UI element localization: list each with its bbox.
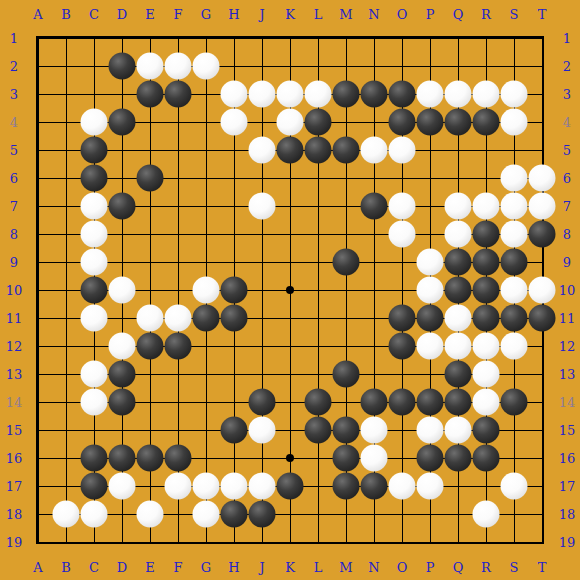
column-label-top-K: K — [285, 8, 295, 21]
black-stone-Q10 — [445, 277, 472, 304]
column-label-top-C: C — [89, 8, 99, 21]
row-label-right-5: 5 — [563, 144, 571, 157]
black-stone-F12 — [165, 333, 192, 360]
black-stone-R16 — [473, 445, 500, 472]
black-stone-D16 — [109, 445, 136, 472]
row-label-left-10: 10 — [6, 284, 23, 297]
white-stone-P15 — [417, 417, 444, 444]
column-label-bottom-C: C — [89, 561, 99, 574]
black-stone-M3 — [333, 81, 360, 108]
column-label-bottom-J: J — [259, 561, 264, 574]
column-label-top-T: T — [538, 8, 547, 21]
black-stone-E12 — [137, 333, 164, 360]
white-stone-G2 — [193, 53, 220, 80]
white-stone-K3 — [277, 81, 304, 108]
black-stone-S11 — [501, 305, 528, 332]
white-stone-T6 — [529, 165, 556, 192]
black-stone-C5 — [81, 137, 108, 164]
column-label-bottom-H: H — [228, 561, 239, 574]
black-stone-G11 — [193, 305, 220, 332]
white-stone-C9 — [81, 249, 108, 276]
black-stone-C10 — [81, 277, 108, 304]
white-stone-L3 — [305, 81, 332, 108]
black-stone-N14 — [361, 389, 388, 416]
column-label-bottom-A: A — [33, 561, 42, 574]
column-label-top-B: B — [61, 8, 71, 21]
black-stone-O11 — [389, 305, 416, 332]
black-stone-Q9 — [445, 249, 472, 276]
black-stone-J18 — [249, 501, 276, 528]
white-stone-H4 — [221, 109, 248, 136]
white-stone-S6 — [501, 165, 528, 192]
white-stone-K4 — [277, 109, 304, 136]
black-stone-J14 — [249, 389, 276, 416]
column-label-bottom-S: S — [510, 561, 519, 574]
column-label-bottom-K: K — [285, 561, 295, 574]
white-stone-D10 — [109, 277, 136, 304]
column-label-top-Q: Q — [453, 8, 464, 21]
go-board[interactable]: AABBCCDDEEFFGGHHJJKKLLMMNNOOPPQQRRSSTT11… — [0, 0, 580, 580]
black-stone-H18 — [221, 501, 248, 528]
white-stone-D12 — [109, 333, 136, 360]
row-label-right-3: 3 — [563, 88, 571, 101]
row-label-left-6: 6 — [10, 172, 18, 185]
black-stone-E3 — [137, 81, 164, 108]
white-stone-H17 — [221, 473, 248, 500]
black-stone-S14 — [501, 389, 528, 416]
black-stone-K5 — [277, 137, 304, 164]
black-stone-D2 — [109, 53, 136, 80]
black-stone-P4 — [417, 109, 444, 136]
white-stone-J15 — [249, 417, 276, 444]
white-stone-O5 — [389, 137, 416, 164]
black-stone-R15 — [473, 417, 500, 444]
column-label-top-G: G — [201, 8, 211, 21]
column-label-top-N: N — [368, 8, 379, 21]
black-stone-M15 — [333, 417, 360, 444]
black-stone-H10 — [221, 277, 248, 304]
white-stone-Q12 — [445, 333, 472, 360]
white-stone-Q8 — [445, 221, 472, 248]
row-label-right-14: 14 — [559, 396, 576, 409]
white-stone-R7 — [473, 193, 500, 220]
white-stone-C7 — [81, 193, 108, 220]
white-stone-C13 — [81, 361, 108, 388]
column-label-bottom-T: T — [538, 561, 547, 574]
column-label-top-S: S — [510, 8, 519, 21]
white-stone-O7 — [389, 193, 416, 220]
white-stone-J7 — [249, 193, 276, 220]
row-label-right-15: 15 — [559, 424, 576, 437]
black-stone-T11 — [529, 305, 556, 332]
column-label-top-M: M — [339, 8, 352, 21]
column-label-bottom-M: M — [339, 561, 352, 574]
row-label-right-7: 7 — [563, 200, 571, 213]
white-stone-G17 — [193, 473, 220, 500]
star-point-K16 — [286, 454, 294, 462]
black-stone-Q4 — [445, 109, 472, 136]
white-stone-E2 — [137, 53, 164, 80]
black-stone-C6 — [81, 165, 108, 192]
white-stone-P17 — [417, 473, 444, 500]
white-stone-D17 — [109, 473, 136, 500]
black-stone-H15 — [221, 417, 248, 444]
white-stone-R14 — [473, 389, 500, 416]
white-stone-Q7 — [445, 193, 472, 220]
white-stone-P3 — [417, 81, 444, 108]
black-stone-M5 — [333, 137, 360, 164]
column-label-top-E: E — [145, 8, 155, 21]
row-label-left-5: 5 — [10, 144, 18, 157]
row-label-right-12: 12 — [559, 340, 576, 353]
black-stone-R8 — [473, 221, 500, 248]
white-stone-S17 — [501, 473, 528, 500]
row-label-right-10: 10 — [559, 284, 576, 297]
white-stone-C18 — [81, 501, 108, 528]
white-stone-Q15 — [445, 417, 472, 444]
row-label-left-11: 11 — [6, 312, 23, 325]
column-label-bottom-B: B — [61, 561, 71, 574]
white-stone-G18 — [193, 501, 220, 528]
white-stone-O17 — [389, 473, 416, 500]
black-stone-R10 — [473, 277, 500, 304]
row-label-left-2: 2 — [10, 60, 18, 73]
white-stone-C4 — [81, 109, 108, 136]
white-stone-F11 — [165, 305, 192, 332]
row-label-right-11: 11 — [559, 312, 576, 325]
white-stone-S4 — [501, 109, 528, 136]
row-label-left-8: 8 — [10, 228, 18, 241]
column-label-top-R: R — [481, 8, 491, 21]
column-label-bottom-D: D — [117, 561, 127, 574]
black-stone-R4 — [473, 109, 500, 136]
white-stone-R13 — [473, 361, 500, 388]
black-stone-Q14 — [445, 389, 472, 416]
black-stone-S9 — [501, 249, 528, 276]
black-stone-M9 — [333, 249, 360, 276]
column-label-top-L: L — [314, 8, 323, 21]
row-label-right-16: 16 — [559, 452, 576, 465]
column-label-top-O: O — [397, 8, 408, 21]
black-stone-H11 — [221, 305, 248, 332]
white-stone-J17 — [249, 473, 276, 500]
star-point-K10 — [286, 286, 294, 294]
row-label-left-1: 1 — [10, 32, 18, 45]
black-stone-L5 — [305, 137, 332, 164]
black-stone-E6 — [137, 165, 164, 192]
white-stone-E18 — [137, 501, 164, 528]
black-stone-D14 — [109, 389, 136, 416]
row-label-left-16: 16 — [6, 452, 23, 465]
white-stone-S7 — [501, 193, 528, 220]
column-label-top-A: A — [33, 8, 42, 21]
column-label-bottom-O: O — [397, 561, 408, 574]
row-label-left-3: 3 — [10, 88, 18, 101]
white-stone-C8 — [81, 221, 108, 248]
column-label-top-H: H — [228, 8, 239, 21]
black-stone-N17 — [361, 473, 388, 500]
row-label-right-2: 2 — [563, 60, 571, 73]
white-stone-P12 — [417, 333, 444, 360]
white-stone-B18 — [53, 501, 80, 528]
black-stone-R9 — [473, 249, 500, 276]
white-stone-S8 — [501, 221, 528, 248]
white-stone-T10 — [529, 277, 556, 304]
white-stone-S10 — [501, 277, 528, 304]
white-stone-N5 — [361, 137, 388, 164]
black-stone-E16 — [137, 445, 164, 472]
white-stone-E11 — [137, 305, 164, 332]
row-label-right-13: 13 — [559, 368, 576, 381]
white-stone-Q11 — [445, 305, 472, 332]
white-stone-S12 — [501, 333, 528, 360]
black-stone-P16 — [417, 445, 444, 472]
black-stone-O14 — [389, 389, 416, 416]
black-stone-M17 — [333, 473, 360, 500]
black-stone-D13 — [109, 361, 136, 388]
black-stone-K17 — [277, 473, 304, 500]
column-label-bottom-G: G — [201, 561, 211, 574]
black-stone-N7 — [361, 193, 388, 220]
white-stone-R18 — [473, 501, 500, 528]
column-label-bottom-F: F — [173, 561, 182, 574]
white-stone-P10 — [417, 277, 444, 304]
black-stone-D4 — [109, 109, 136, 136]
row-label-left-12: 12 — [6, 340, 23, 353]
row-label-right-19: 19 — [559, 536, 576, 549]
row-label-left-19: 19 — [6, 536, 23, 549]
row-label-right-18: 18 — [559, 508, 576, 521]
white-stone-Q3 — [445, 81, 472, 108]
black-stone-R11 — [473, 305, 500, 332]
row-label-left-17: 17 — [6, 480, 23, 493]
black-stone-Q16 — [445, 445, 472, 472]
black-stone-P11 — [417, 305, 444, 332]
row-label-left-15: 15 — [6, 424, 23, 437]
white-stone-H3 — [221, 81, 248, 108]
column-label-bottom-P: P — [426, 561, 435, 574]
black-stone-F16 — [165, 445, 192, 472]
row-label-left-18: 18 — [6, 508, 23, 521]
column-label-top-J: J — [259, 8, 264, 21]
black-stone-F3 — [165, 81, 192, 108]
black-stone-O3 — [389, 81, 416, 108]
row-label-right-9: 9 — [563, 256, 571, 269]
white-stone-R3 — [473, 81, 500, 108]
white-stone-S3 — [501, 81, 528, 108]
black-stone-D7 — [109, 193, 136, 220]
row-label-left-14: 14 — [6, 396, 23, 409]
white-stone-F2 — [165, 53, 192, 80]
white-stone-C11 — [81, 305, 108, 332]
white-stone-O8 — [389, 221, 416, 248]
column-label-bottom-E: E — [145, 561, 155, 574]
white-stone-N16 — [361, 445, 388, 472]
white-stone-J5 — [249, 137, 276, 164]
black-stone-P14 — [417, 389, 444, 416]
row-label-left-4: 4 — [10, 116, 18, 129]
column-label-bottom-Q: Q — [453, 561, 464, 574]
white-stone-F17 — [165, 473, 192, 500]
white-stone-N15 — [361, 417, 388, 444]
row-label-right-1: 1 — [563, 32, 571, 45]
black-stone-M16 — [333, 445, 360, 472]
black-stone-Q13 — [445, 361, 472, 388]
row-label-right-8: 8 — [563, 228, 571, 241]
black-stone-N3 — [361, 81, 388, 108]
black-stone-T8 — [529, 221, 556, 248]
white-stone-P9 — [417, 249, 444, 276]
row-label-right-4: 4 — [563, 116, 571, 129]
black-stone-L14 — [305, 389, 332, 416]
column-label-bottom-N: N — [368, 561, 379, 574]
white-stone-R12 — [473, 333, 500, 360]
column-label-bottom-R: R — [481, 561, 491, 574]
black-stone-C16 — [81, 445, 108, 472]
white-stone-T7 — [529, 193, 556, 220]
row-label-right-6: 6 — [563, 172, 571, 185]
row-label-left-13: 13 — [6, 368, 23, 381]
row-label-left-9: 9 — [10, 256, 18, 269]
black-stone-O4 — [389, 109, 416, 136]
white-stone-J3 — [249, 81, 276, 108]
white-stone-C14 — [81, 389, 108, 416]
white-stone-G10 — [193, 277, 220, 304]
row-label-left-7: 7 — [10, 200, 18, 213]
black-stone-O12 — [389, 333, 416, 360]
black-stone-L15 — [305, 417, 332, 444]
black-stone-L4 — [305, 109, 332, 136]
black-stone-C17 — [81, 473, 108, 500]
column-label-bottom-L: L — [314, 561, 323, 574]
black-stone-M13 — [333, 361, 360, 388]
row-label-right-17: 17 — [559, 480, 576, 493]
column-label-top-P: P — [426, 8, 435, 21]
column-label-top-D: D — [117, 8, 127, 21]
column-label-top-F: F — [173, 8, 182, 21]
